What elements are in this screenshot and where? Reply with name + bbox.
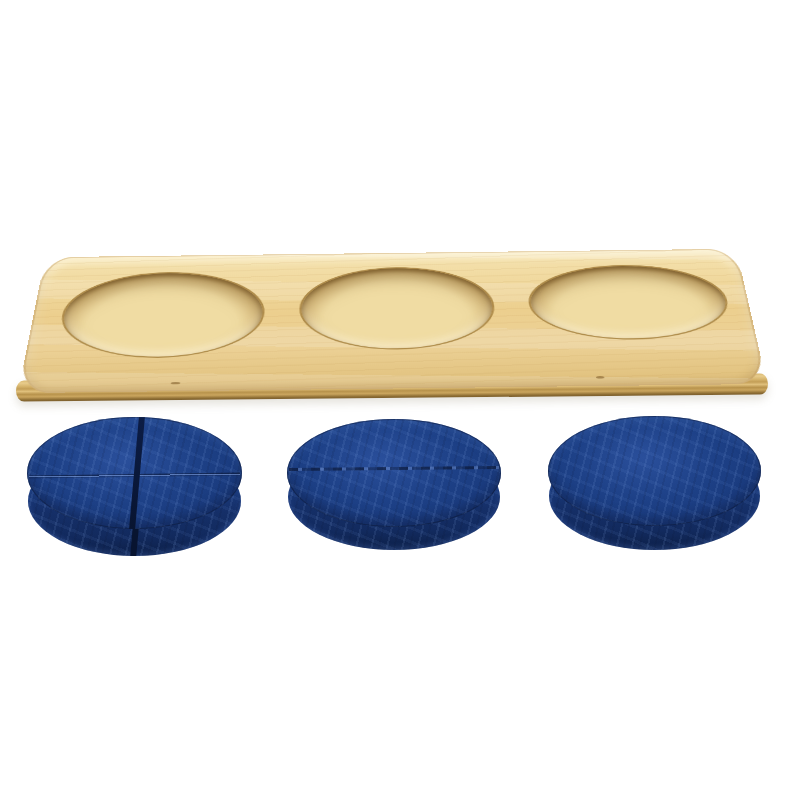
disc-face-quarters	[27, 417, 242, 529]
tray-recess-right	[525, 264, 735, 341]
tray-top-surface	[18, 249, 767, 393]
wood-knot	[171, 382, 181, 385]
fraction-disc-whole	[548, 416, 761, 550]
disc-face-whole	[548, 416, 761, 526]
disc-texture-overlay	[548, 416, 761, 526]
half-cut-seam	[289, 466, 499, 471]
tray-recess-middle	[298, 266, 498, 351]
wood-knot	[596, 376, 605, 379]
disc-face-halves	[287, 419, 501, 527]
fraction-disc-halves	[287, 419, 501, 550]
disc-texture-overlay	[287, 419, 501, 527]
tray-recess-left	[54, 271, 267, 359]
fraction-disc-quarters	[27, 417, 242, 558]
product-photo-canvas	[0, 0, 800, 800]
